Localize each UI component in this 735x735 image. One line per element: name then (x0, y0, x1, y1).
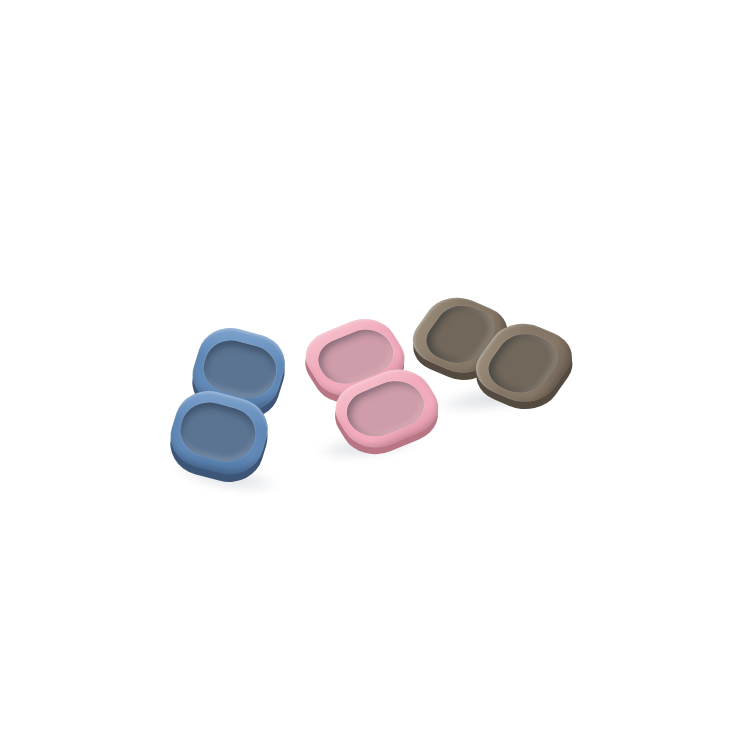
product-scene (0, 0, 735, 735)
pet-bowl-blue (163, 320, 296, 482)
